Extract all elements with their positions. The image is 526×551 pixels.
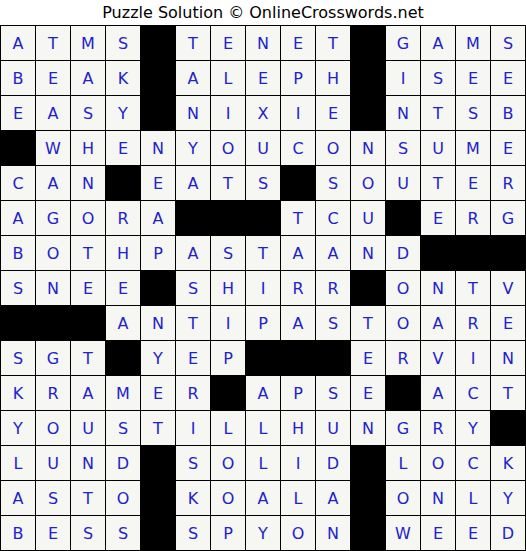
grid-cell-r14c2: S — [36, 481, 70, 515]
grid-cell-r8c10: R — [316, 271, 350, 305]
grid-cell-r1c12: G — [386, 26, 420, 60]
grid-cell-r4c8: U — [246, 131, 280, 165]
grid-cell-r2c14: E — [456, 61, 490, 95]
grid-cell-r8c4: E — [106, 271, 140, 305]
grid-cell-r13c1: L — [1, 446, 35, 480]
grid-cell-r15c7: P — [211, 516, 245, 550]
grid-cell-r12c1: Y — [1, 411, 35, 445]
block-cell-r5c9 — [281, 166, 315, 200]
block-cell-r11c7 — [211, 376, 245, 410]
grid-cell-r6c14: R — [456, 201, 490, 235]
grid-cell-r3c6: N — [176, 96, 210, 130]
grid-cell-r6c10: C — [316, 201, 350, 235]
grid-cell-r8c9: R — [281, 271, 315, 305]
grid-cell-r11c6: R — [176, 376, 210, 410]
block-cell-r11c12 — [386, 376, 420, 410]
grid-cell-r12c5: T — [141, 411, 175, 445]
grid-cell-r15c12: W — [386, 516, 420, 550]
grid-cell-r7c8: T — [246, 236, 280, 270]
block-cell-r2c11 — [351, 61, 385, 95]
block-cell-r9c1 — [1, 306, 35, 340]
grid-cell-r3c15: B — [491, 96, 525, 130]
grid-cell-r4c5: N — [141, 131, 175, 165]
grid-cell-r1c9: E — [281, 26, 315, 60]
grid-cell-r12c12: G — [386, 411, 420, 445]
grid-cell-r7c5: P — [141, 236, 175, 270]
grid-cell-r1c8: N — [246, 26, 280, 60]
grid-cell-r4c12: S — [386, 131, 420, 165]
grid-cell-r14c15: Y — [491, 481, 525, 515]
grid-cell-r1c13: A — [421, 26, 455, 60]
grid-cell-r4c4: E — [106, 131, 140, 165]
grid-cell-r10c3: T — [71, 341, 105, 375]
grid-cell-r15c14: E — [456, 516, 490, 550]
crossword-solution-page: Puzzle Solution © OnlineCrosswords.net A… — [0, 0, 526, 551]
grid-cell-r6c1: A — [1, 201, 35, 235]
page-title: Puzzle Solution © OnlineCrosswords.net — [102, 3, 424, 22]
grid-cell-r11c11: E — [351, 376, 385, 410]
grid-cell-r5c6: A — [176, 166, 210, 200]
grid-cell-r12c10: U — [316, 411, 350, 445]
grid-cell-r7c10: A — [316, 236, 350, 270]
grid-cell-r4c13: U — [421, 131, 455, 165]
grid-cell-r6c9: T — [281, 201, 315, 235]
grid-cell-r12c13: R — [421, 411, 455, 445]
grid-cell-r13c15: K — [491, 446, 525, 480]
grid-cell-r7c7: S — [211, 236, 245, 270]
grid-cell-r1c6: T — [176, 26, 210, 60]
grid-cell-r10c12: R — [386, 341, 420, 375]
grid-cell-r14c7: O — [211, 481, 245, 515]
grid-cell-r1c3: M — [71, 26, 105, 60]
grid-cell-r5c10: S — [316, 166, 350, 200]
grid-cell-r14c3: T — [71, 481, 105, 515]
block-cell-r4c1 — [1, 131, 35, 165]
grid-cell-r3c1: E — [1, 96, 35, 130]
grid-cell-r10c1: S — [1, 341, 35, 375]
grid-cell-r7c2: O — [36, 236, 70, 270]
grid-cell-r11c4: M — [106, 376, 140, 410]
grid-cell-r6c4: R — [106, 201, 140, 235]
grid-cell-r4c15: E — [491, 131, 525, 165]
grid-cell-r7c11: N — [351, 236, 385, 270]
grid-cell-r11c1: K — [1, 376, 35, 410]
grid-cell-r6c2: G — [36, 201, 70, 235]
grid-cell-r12c11: N — [351, 411, 385, 445]
grid-cell-r3c4: Y — [106, 96, 140, 130]
grid-cell-r12c2: O — [36, 411, 70, 445]
grid-cell-r7c6: A — [176, 236, 210, 270]
grid-cell-r1c4: S — [106, 26, 140, 60]
grid-cell-r14c14: L — [456, 481, 490, 515]
grid-cell-r10c7: P — [211, 341, 245, 375]
grid-cell-r3c9: I — [281, 96, 315, 130]
block-cell-r5c4 — [106, 166, 140, 200]
grid-cell-r10c15: N — [491, 341, 525, 375]
grid-cell-r5c5: E — [141, 166, 175, 200]
block-cell-r7c15 — [491, 236, 525, 270]
grid-cell-r15c10: N — [316, 516, 350, 550]
grid-cell-r2c13: S — [421, 61, 455, 95]
grid-cell-r14c9: L — [281, 481, 315, 515]
block-cell-r6c6 — [176, 201, 210, 235]
grid-cell-r12c3: U — [71, 411, 105, 445]
grid-cell-r15c3: S — [71, 516, 105, 550]
block-cell-r14c5 — [141, 481, 175, 515]
grid-cell-r14c13: N — [421, 481, 455, 515]
block-cell-r10c8 — [246, 341, 280, 375]
grid-cell-r7c4: H — [106, 236, 140, 270]
grid-cell-r4c9: C — [281, 131, 315, 165]
grid-cell-r9c12: O — [386, 306, 420, 340]
grid-cell-r11c9: P — [281, 376, 315, 410]
grid-cell-r3c14: S — [456, 96, 490, 130]
grid-cell-r8c7: H — [211, 271, 245, 305]
grid-cell-r9c7: I — [211, 306, 245, 340]
grid-cell-r6c3: O — [71, 201, 105, 235]
grid-cell-r1c2: T — [36, 26, 70, 60]
block-cell-r13c11 — [351, 446, 385, 480]
grid-cell-r10c14: I — [456, 341, 490, 375]
grid-cell-r10c2: G — [36, 341, 70, 375]
grid-cell-r4c7: O — [211, 131, 245, 165]
grid-cell-r1c7: E — [211, 26, 245, 60]
grid-cell-r1c14: M — [456, 26, 490, 60]
grid-cell-r8c15: V — [491, 271, 525, 305]
grid-cell-r15c9: O — [281, 516, 315, 550]
block-cell-r6c8 — [246, 201, 280, 235]
grid-cell-r3c10: E — [316, 96, 350, 130]
grid-cell-r7c12: D — [386, 236, 420, 270]
grid-cell-r15c8: Y — [246, 516, 280, 550]
grid-cell-r12c4: S — [106, 411, 140, 445]
grid-cell-r5c11: O — [351, 166, 385, 200]
block-cell-r13c5 — [141, 446, 175, 480]
grid-cell-r3c12: N — [386, 96, 420, 130]
block-cell-r6c12 — [386, 201, 420, 235]
grid-cell-r2c10: H — [316, 61, 350, 95]
grid-cell-r14c8: A — [246, 481, 280, 515]
grid-cell-r3c3: S — [71, 96, 105, 130]
grid-cell-r9c15: E — [491, 306, 525, 340]
grid-cell-r13c6: S — [176, 446, 210, 480]
grid-cell-r5c13: T — [421, 166, 455, 200]
grid-cell-r15c4: S — [106, 516, 140, 550]
grid-cell-r1c1: A — [1, 26, 35, 60]
block-cell-r9c3 — [71, 306, 105, 340]
grid-cell-r6c11: U — [351, 201, 385, 235]
block-cell-r3c5 — [141, 96, 175, 130]
grid-cell-r12c9: H — [281, 411, 315, 445]
grid-cell-r12c14: Y — [456, 411, 490, 445]
crossword-grid: ATMSTENETGAMSBEAKALEPHISEEEASYNIXIENTSBW… — [0, 25, 526, 551]
grid-cell-r15c2: E — [36, 516, 70, 550]
grid-cell-r8c2: N — [36, 271, 70, 305]
grid-cell-r13c9: I — [281, 446, 315, 480]
grid-cell-r2c2: E — [36, 61, 70, 95]
grid-cell-r2c7: L — [211, 61, 245, 95]
grid-cell-r13c2: U — [36, 446, 70, 480]
grid-cell-r2c9: P — [281, 61, 315, 95]
grid-cell-r2c1: B — [1, 61, 35, 95]
grid-cell-r5c12: U — [386, 166, 420, 200]
grid-cell-r13c3: N — [71, 446, 105, 480]
grid-cell-r14c4: O — [106, 481, 140, 515]
grid-cell-r3c7: I — [211, 96, 245, 130]
grid-cell-r2c4: K — [106, 61, 140, 95]
grid-cell-r4c6: Y — [176, 131, 210, 165]
grid-cell-r6c13: E — [421, 201, 455, 235]
block-cell-r10c9 — [281, 341, 315, 375]
grid-cell-r5c2: A — [36, 166, 70, 200]
grid-cell-r9c10: S — [316, 306, 350, 340]
grid-cell-r13c4: D — [106, 446, 140, 480]
grid-cell-r14c10: A — [316, 481, 350, 515]
block-cell-r15c11 — [351, 516, 385, 550]
grid-cell-r9c4: A — [106, 306, 140, 340]
grid-cell-r8c8: I — [246, 271, 280, 305]
block-cell-r2c5 — [141, 61, 175, 95]
block-cell-r7c13 — [421, 236, 455, 270]
grid-cell-r13c13: O — [421, 446, 455, 480]
grid-cell-r6c5: A — [141, 201, 175, 235]
grid-cell-r5c7: T — [211, 166, 245, 200]
grid-cell-r11c3: A — [71, 376, 105, 410]
grid-cell-r9c8: P — [246, 306, 280, 340]
block-cell-r3c11 — [351, 96, 385, 130]
grid-cell-r4c2: W — [36, 131, 70, 165]
title-bar: Puzzle Solution © OnlineCrosswords.net — [0, 0, 526, 25]
grid-cell-r12c6: I — [176, 411, 210, 445]
block-cell-r8c11 — [351, 271, 385, 305]
block-cell-r1c11 — [351, 26, 385, 60]
grid-cell-r15c6: S — [176, 516, 210, 550]
grid-cell-r13c8: L — [246, 446, 280, 480]
grid-cell-r14c12: O — [386, 481, 420, 515]
grid-cell-r4c11: N — [351, 131, 385, 165]
grid-cell-r3c13: T — [421, 96, 455, 130]
grid-cell-r9c13: A — [421, 306, 455, 340]
grid-cell-r13c10: D — [316, 446, 350, 480]
grid-cell-r11c15: T — [491, 376, 525, 410]
grid-cell-r8c6: S — [176, 271, 210, 305]
block-cell-r12c15 — [491, 411, 525, 445]
grid-cell-r8c14: T — [456, 271, 490, 305]
block-cell-r15c5 — [141, 516, 175, 550]
grid-cell-r11c5: E — [141, 376, 175, 410]
grid-cell-r7c3: T — [71, 236, 105, 270]
grid-cell-r5c8: S — [246, 166, 280, 200]
grid-cell-r2c6: A — [176, 61, 210, 95]
grid-cell-r3c2: A — [36, 96, 70, 130]
block-cell-r7c14 — [456, 236, 490, 270]
grid-cell-r4c10: O — [316, 131, 350, 165]
grid-cell-r11c8: A — [246, 376, 280, 410]
block-cell-r6c7 — [211, 201, 245, 235]
grid-cell-r10c11: E — [351, 341, 385, 375]
grid-cell-r7c9: A — [281, 236, 315, 270]
grid-cell-r9c11: T — [351, 306, 385, 340]
grid-cell-r8c3: E — [71, 271, 105, 305]
block-cell-r1c5 — [141, 26, 175, 60]
grid-cell-r13c7: O — [211, 446, 245, 480]
grid-cell-r15c1: B — [1, 516, 35, 550]
grid-cell-r12c8: L — [246, 411, 280, 445]
block-cell-r10c4 — [106, 341, 140, 375]
grid-cell-r13c12: L — [386, 446, 420, 480]
grid-cell-r9c5: N — [141, 306, 175, 340]
grid-cell-r5c15: R — [491, 166, 525, 200]
grid-cell-r5c3: N — [71, 166, 105, 200]
grid-cell-r15c15: D — [491, 516, 525, 550]
grid-cell-r3c8: X — [246, 96, 280, 130]
grid-cell-r9c6: T — [176, 306, 210, 340]
grid-cell-r8c1: S — [1, 271, 35, 305]
grid-cell-r14c6: K — [176, 481, 210, 515]
grid-cell-r10c6: E — [176, 341, 210, 375]
grid-cell-r10c13: V — [421, 341, 455, 375]
grid-cell-r13c14: C — [456, 446, 490, 480]
grid-cell-r15c13: E — [421, 516, 455, 550]
grid-cell-r9c9: A — [281, 306, 315, 340]
block-cell-r14c11 — [351, 481, 385, 515]
grid-cell-r12c7: L — [211, 411, 245, 445]
grid-cell-r1c10: T — [316, 26, 350, 60]
grid-cell-r11c2: R — [36, 376, 70, 410]
grid-cell-r1c15: S — [491, 26, 525, 60]
grid-cell-r11c10: S — [316, 376, 350, 410]
grid-cell-r2c12: I — [386, 61, 420, 95]
block-cell-r8c5 — [141, 271, 175, 305]
grid-cell-r8c13: N — [421, 271, 455, 305]
grid-cell-r4c14: M — [456, 131, 490, 165]
grid-cell-r6c15: G — [491, 201, 525, 235]
grid-cell-r4c3: H — [71, 131, 105, 165]
grid-cell-r8c12: O — [386, 271, 420, 305]
grid-cell-r7c1: B — [1, 236, 35, 270]
grid-cell-r11c14: C — [456, 376, 490, 410]
grid-cell-r2c3: A — [71, 61, 105, 95]
grid-cell-r10c5: Y — [141, 341, 175, 375]
grid-cell-r9c14: R — [456, 306, 490, 340]
block-cell-r10c10 — [316, 341, 350, 375]
grid-cell-r5c1: C — [1, 166, 35, 200]
block-cell-r9c2 — [36, 306, 70, 340]
grid-cell-r14c1: A — [1, 481, 35, 515]
grid-cell-r2c15: E — [491, 61, 525, 95]
grid-cell-r5c14: E — [456, 166, 490, 200]
grid-cell-r2c8: E — [246, 61, 280, 95]
grid-cell-r11c13: A — [421, 376, 455, 410]
